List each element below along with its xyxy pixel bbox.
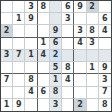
cell-r1c1[interactable] bbox=[1, 1, 13, 13]
cell-r6c5[interactable]: 5 bbox=[50, 62, 62, 74]
cell-r1c6[interactable]: 6 bbox=[62, 1, 74, 13]
cell-r7c2[interactable] bbox=[13, 74, 25, 86]
cell-r3c7[interactable]: 3 bbox=[74, 25, 86, 37]
cell-r8c8[interactable] bbox=[87, 87, 99, 99]
sudoku-board: 3869219362938416433714258197814346871932… bbox=[0, 0, 112, 112]
cell-r5c3[interactable]: 1 bbox=[25, 50, 37, 62]
cell-r6c3[interactable] bbox=[25, 62, 37, 74]
cell-r7c7[interactable] bbox=[74, 74, 86, 86]
cell-r7c6[interactable]: 4 bbox=[62, 74, 74, 86]
cell-r3c1[interactable]: 2 bbox=[1, 25, 13, 37]
cell-r3c5[interactable]: 9 bbox=[50, 25, 62, 37]
cell-r2c9[interactable]: 6 bbox=[99, 13, 111, 25]
cell-r2c8[interactable] bbox=[87, 13, 99, 25]
cell-r9c5[interactable]: 3 bbox=[50, 99, 62, 111]
cell-r1c4[interactable]: 8 bbox=[38, 1, 50, 13]
cell-r9c3[interactable] bbox=[25, 99, 37, 111]
cell-r2c3[interactable]: 9 bbox=[25, 13, 37, 25]
cell-r2c4[interactable] bbox=[38, 13, 50, 25]
cell-r9c8[interactable] bbox=[87, 99, 99, 111]
cell-r5c8[interactable] bbox=[87, 50, 99, 62]
cell-r7c1[interactable]: 7 bbox=[1, 74, 13, 86]
cell-r8c1[interactable] bbox=[1, 87, 13, 99]
cell-r5c7[interactable] bbox=[74, 50, 86, 62]
cell-r3c3[interactable] bbox=[25, 25, 37, 37]
cell-r3c6[interactable] bbox=[62, 25, 74, 37]
cell-r8c4[interactable]: 6 bbox=[38, 87, 50, 99]
cell-r9c7[interactable]: 2 bbox=[74, 99, 86, 111]
cell-r8c9[interactable]: 7 bbox=[99, 87, 111, 99]
cell-r3c2[interactable] bbox=[13, 25, 25, 37]
cell-r4c6[interactable] bbox=[62, 38, 74, 50]
cell-r2c1[interactable] bbox=[1, 13, 13, 25]
cell-r7c4[interactable] bbox=[38, 74, 50, 86]
cell-r7c8[interactable] bbox=[87, 74, 99, 86]
cell-r3c4[interactable] bbox=[38, 25, 50, 37]
cell-r5c2[interactable]: 7 bbox=[13, 50, 25, 62]
cell-r2c6[interactable]: 3 bbox=[62, 13, 74, 25]
cell-r1c3[interactable]: 3 bbox=[25, 1, 37, 13]
cell-r7c3[interactable]: 8 bbox=[25, 74, 37, 86]
cell-r6c8[interactable]: 1 bbox=[87, 62, 99, 74]
cell-r4c3[interactable] bbox=[25, 38, 37, 50]
cell-r5c4[interactable]: 4 bbox=[38, 50, 50, 62]
cell-r4c2[interactable] bbox=[13, 38, 25, 50]
cell-r1c7[interactable]: 9 bbox=[74, 1, 86, 13]
cell-r1c9[interactable] bbox=[99, 1, 111, 13]
cell-r6c1[interactable] bbox=[1, 62, 13, 74]
cell-r3c8[interactable]: 8 bbox=[87, 25, 99, 37]
cell-r4c4[interactable]: 1 bbox=[38, 38, 50, 50]
cell-r6c9[interactable]: 9 bbox=[99, 62, 111, 74]
cell-r8c3[interactable]: 4 bbox=[25, 87, 37, 99]
cell-r9c2[interactable]: 9 bbox=[13, 99, 25, 111]
cell-r4c7[interactable]: 4 bbox=[74, 38, 86, 50]
cell-r9c4[interactable] bbox=[38, 99, 50, 111]
cell-r7c9[interactable]: 3 bbox=[99, 74, 111, 86]
cell-r2c7[interactable] bbox=[74, 13, 86, 25]
cell-r6c4[interactable] bbox=[38, 62, 50, 74]
cell-r4c5[interactable]: 6 bbox=[50, 38, 62, 50]
cell-r2c2[interactable]: 1 bbox=[13, 13, 25, 25]
cell-r1c5[interactable] bbox=[50, 1, 62, 13]
cell-r6c6[interactable]: 8 bbox=[62, 62, 74, 74]
cell-r8c7[interactable] bbox=[74, 87, 86, 99]
cell-r6c7[interactable] bbox=[74, 62, 86, 74]
cell-r1c2[interactable] bbox=[13, 1, 25, 13]
cell-r7c5[interactable]: 1 bbox=[50, 74, 62, 86]
cell-r1c8[interactable]: 2 bbox=[87, 1, 99, 13]
cell-r9c1[interactable]: 1 bbox=[1, 99, 13, 111]
cell-r5c1[interactable]: 3 bbox=[1, 50, 13, 62]
cell-r6c2[interactable] bbox=[13, 62, 25, 74]
cell-r5c5[interactable]: 2 bbox=[50, 50, 62, 62]
cell-r4c1[interactable] bbox=[1, 38, 13, 50]
cell-r4c9[interactable] bbox=[99, 38, 111, 50]
cell-r8c6[interactable] bbox=[62, 87, 74, 99]
cell-r9c9[interactable]: 8 bbox=[99, 99, 111, 111]
cell-r8c2[interactable] bbox=[13, 87, 25, 99]
cell-r5c6[interactable] bbox=[62, 50, 74, 62]
cell-r2c5[interactable] bbox=[50, 13, 62, 25]
cell-r9c6[interactable] bbox=[62, 99, 74, 111]
cell-r3c9[interactable]: 4 bbox=[99, 25, 111, 37]
cell-r5c9[interactable] bbox=[99, 50, 111, 62]
cell-r4c8[interactable]: 3 bbox=[87, 38, 99, 50]
cell-r8c5[interactable]: 8 bbox=[50, 87, 62, 99]
